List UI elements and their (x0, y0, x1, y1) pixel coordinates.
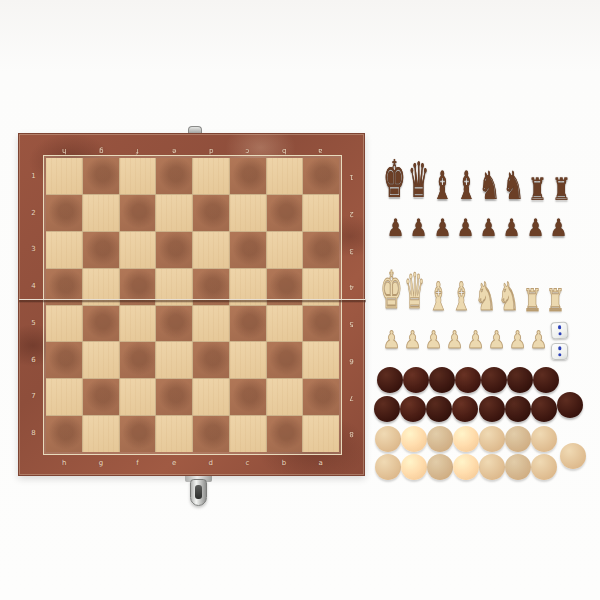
dark-bishop: ♝ (459, 166, 472, 205)
dark-rook: ♜ (554, 174, 569, 205)
ranks-right-label-8: 8 (347, 415, 356, 452)
square-g2 (83, 195, 119, 231)
light-pawn: ♟ (404, 328, 421, 352)
dark-checker (505, 396, 531, 422)
square-a8 (303, 416, 339, 452)
square-f8 (120, 416, 156, 452)
square-a2 (303, 195, 339, 231)
square-g1 (83, 158, 119, 194)
die-pip (557, 325, 561, 329)
square-e8 (156, 416, 192, 452)
dark-checker (429, 367, 455, 393)
light-checkers-row-2 (375, 454, 552, 480)
files-top-label-e: e (156, 146, 193, 155)
light-checker (453, 426, 479, 452)
files-top-label-f: f (119, 146, 156, 155)
light-checkers-row-1 (375, 426, 554, 452)
ranks-left-label-2: 2 (29, 195, 38, 232)
file-labels-top: hgfedcba (46, 146, 339, 155)
light-checker (531, 426, 557, 452)
files-bottom-label-a: a (302, 459, 339, 468)
dark-checker (533, 367, 559, 393)
dark-checkers-row-2 (374, 396, 557, 422)
ranks-right-label-3: 3 (347, 232, 356, 269)
ranks-left-label-7: 7 (29, 379, 38, 416)
files-top-label-b: b (266, 146, 303, 155)
square-c3 (230, 232, 266, 268)
files-top-label-h: h (46, 146, 83, 155)
die-2 (551, 343, 568, 360)
square-h8 (46, 416, 82, 452)
square-g6 (83, 342, 119, 378)
dark-checker (400, 396, 426, 422)
dark-checker-extra (557, 392, 583, 418)
dark-checker (557, 392, 583, 418)
light-queen: ♛ (409, 267, 420, 316)
rank-labels-right: 12345678 (347, 158, 356, 452)
square-b8 (267, 416, 303, 452)
ranks-left-label-6: 6 (29, 342, 38, 379)
files-top-label-g: g (83, 146, 120, 155)
square-c8 (230, 416, 266, 452)
clasp-hole (195, 485, 202, 499)
square-e5 (156, 306, 192, 342)
light-checker (401, 454, 427, 480)
light-checker (560, 443, 586, 469)
square-b7 (267, 379, 303, 415)
dark-pawn: ♟ (457, 216, 474, 240)
dark-bishop: ♝ (436, 166, 449, 205)
square-h1 (46, 158, 82, 194)
light-pawn: ♟ (509, 328, 526, 352)
square-d5 (193, 306, 229, 342)
square-g8 (83, 416, 119, 452)
square-a7 (303, 379, 339, 415)
square-a6 (303, 342, 339, 378)
dark-king: ♚ (389, 153, 400, 205)
light-pawn: ♟ (425, 328, 442, 352)
dark-checker (531, 396, 557, 422)
square-f6 (120, 342, 156, 378)
light-checker (479, 454, 505, 480)
dark-pawns-row: ♟♟♟♟♟♟♟♟ (385, 214, 569, 240)
front-clasp (190, 479, 207, 506)
square-h5 (46, 306, 82, 342)
ranks-left-label-1: 1 (29, 158, 38, 195)
light-checker (453, 454, 479, 480)
square-h2 (46, 195, 82, 231)
square-c5 (230, 306, 266, 342)
dark-checker (455, 367, 481, 393)
dice-stack (551, 322, 569, 362)
ranks-left-label-8: 8 (29, 415, 38, 452)
light-knight: ♞ (501, 277, 515, 316)
square-f5 (120, 306, 156, 342)
square-b6 (267, 342, 303, 378)
square-f2 (120, 195, 156, 231)
ranks-left-label-5: 5 (29, 305, 38, 342)
light-checker (505, 426, 531, 452)
square-d7 (193, 379, 229, 415)
dark-major-pieces-row: ♚♛♝♝♞♞♜♜ (383, 145, 573, 205)
square-c1 (230, 158, 266, 194)
square-f7 (120, 379, 156, 415)
dark-checkers-row-1 (377, 367, 558, 393)
square-b1 (267, 158, 303, 194)
dark-checker (377, 367, 403, 393)
square-g3 (83, 232, 119, 268)
dark-checker (507, 367, 533, 393)
ranks-right-label-1: 1 (347, 158, 356, 195)
dark-checker (403, 367, 429, 393)
ranks-right-label-7: 7 (347, 379, 356, 416)
light-king: ♚ (386, 264, 397, 316)
files-top-label-a: a (302, 146, 339, 155)
light-pawn: ♟ (467, 328, 484, 352)
light-checker-extra (560, 443, 586, 469)
square-b2 (267, 195, 303, 231)
square-d6 (193, 342, 229, 378)
light-rook: ♜ (524, 285, 539, 316)
dark-checker (426, 396, 452, 422)
ranks-left-label-3: 3 (29, 232, 38, 269)
square-a1 (303, 158, 339, 194)
square-h6 (46, 342, 82, 378)
dark-rook: ♜ (530, 174, 545, 205)
light-checker (375, 426, 401, 452)
dark-checker (452, 396, 478, 422)
ranks-right-label-2: 2 (347, 195, 356, 232)
files-bottom-label-f: f (119, 459, 156, 468)
dark-queen: ♛ (413, 156, 424, 205)
square-c2 (230, 195, 266, 231)
light-checker (401, 426, 427, 452)
rank-labels-left: 12345678 (29, 158, 38, 452)
dark-pawn: ♟ (527, 216, 544, 240)
die-pip (558, 332, 562, 336)
files-bottom-label-d: d (193, 459, 230, 468)
dark-pawn: ♟ (550, 216, 567, 240)
dark-checker (479, 396, 505, 422)
files-top-label-d: d (193, 146, 230, 155)
files-bottom-label-c: c (229, 459, 266, 468)
square-d8 (193, 416, 229, 452)
dark-pawn: ♟ (503, 216, 520, 240)
light-pawn: ♟ (446, 328, 463, 352)
light-pawn: ♟ (488, 328, 505, 352)
light-checker (375, 454, 401, 480)
die-1 (550, 321, 568, 339)
die-pip (558, 353, 561, 356)
light-checker (531, 454, 557, 480)
light-bishop: ♝ (432, 277, 445, 316)
product-photo: hgfedcba hgfedcba 12345678 12345678 ♚♛♝♝… (0, 0, 600, 600)
dark-pawn: ♟ (410, 216, 427, 240)
square-e2 (156, 195, 192, 231)
square-b5 (267, 306, 303, 342)
square-d1 (193, 158, 229, 194)
dark-pawn: ♟ (433, 216, 450, 240)
files-bottom-label-g: g (83, 459, 120, 468)
dark-checker (481, 367, 507, 393)
square-a5 (303, 306, 339, 342)
light-rook: ♜ (548, 285, 563, 316)
ranks-right-label-5: 5 (347, 305, 356, 342)
dark-knight: ♞ (507, 166, 521, 205)
ranks-right-label-6: 6 (347, 342, 356, 379)
square-e6 (156, 342, 192, 378)
square-e1 (156, 158, 192, 194)
files-bottom-label-e: e (156, 459, 193, 468)
square-g7 (83, 379, 119, 415)
file-labels-bottom: hgfedcba (46, 459, 339, 468)
playfield-frame (43, 155, 342, 455)
die-pip (558, 346, 561, 349)
light-pawns-row: ♟♟♟♟♟♟♟♟ (381, 326, 546, 352)
light-checker (479, 426, 505, 452)
square-f1 (120, 158, 156, 194)
chess-grid (46, 158, 339, 452)
square-h3 (46, 232, 82, 268)
light-pawn: ♟ (530, 328, 547, 352)
square-h7 (46, 379, 82, 415)
light-major-pieces-row: ♚♛♝♝♞♞♜♜ (380, 256, 567, 316)
files-bottom-label-b: b (266, 459, 303, 468)
square-c7 (230, 379, 266, 415)
square-e3 (156, 232, 192, 268)
square-d2 (193, 195, 229, 231)
light-checker (505, 454, 531, 480)
square-c6 (230, 342, 266, 378)
dark-pawn: ♟ (387, 216, 404, 240)
dark-checker (374, 396, 400, 422)
fold-seam (19, 299, 366, 303)
square-d3 (193, 232, 229, 268)
files-top-label-c: c (229, 146, 266, 155)
chessboard: hgfedcba hgfedcba 12345678 12345678 (18, 133, 365, 476)
square-e7 (156, 379, 192, 415)
light-checker (427, 454, 453, 480)
square-g5 (83, 306, 119, 342)
square-a3 (303, 232, 339, 268)
light-checker (427, 426, 453, 452)
light-pawn: ♟ (383, 328, 400, 352)
files-bottom-label-h: h (46, 459, 83, 468)
square-f3 (120, 232, 156, 268)
square-b3 (267, 232, 303, 268)
dark-knight: ♞ (483, 166, 497, 205)
light-bishop: ♝ (455, 277, 468, 316)
light-knight: ♞ (478, 277, 492, 316)
dark-pawn: ♟ (480, 216, 497, 240)
